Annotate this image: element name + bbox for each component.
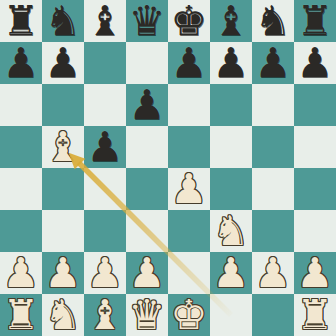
- square-f3[interactable]: ♞: [210, 210, 252, 252]
- piece-white-knight-f3[interactable]: ♞: [210, 210, 252, 252]
- square-c6[interactable]: [84, 84, 126, 126]
- piece-black-bishop-f8[interactable]: ♝: [210, 0, 252, 42]
- square-c8[interactable]: ♝: [84, 0, 126, 42]
- square-f6[interactable]: [210, 84, 252, 126]
- square-g8[interactable]: ♞: [252, 0, 294, 42]
- square-d5[interactable]: [126, 126, 168, 168]
- piece-black-pawn-b7[interactable]: ♟: [42, 42, 84, 84]
- square-h7[interactable]: ♟: [294, 42, 336, 84]
- square-c4[interactable]: [84, 168, 126, 210]
- piece-black-pawn-a7[interactable]: ♟: [0, 42, 42, 84]
- square-a3[interactable]: [0, 210, 42, 252]
- piece-white-knight-b1[interactable]: ♞: [42, 294, 84, 336]
- piece-black-pawn-d6[interactable]: ♟: [126, 84, 168, 126]
- piece-black-pawn-f7[interactable]: ♟: [210, 42, 252, 84]
- square-a4[interactable]: [0, 168, 42, 210]
- piece-white-rook-h1[interactable]: ♜: [294, 294, 336, 336]
- square-b8[interactable]: ♞: [42, 0, 84, 42]
- square-a1[interactable]: ♜: [0, 294, 42, 336]
- piece-white-pawn-d2[interactable]: ♟: [126, 252, 168, 294]
- square-d4[interactable]: [126, 168, 168, 210]
- piece-white-pawn-b2[interactable]: ♟: [42, 252, 84, 294]
- square-e2[interactable]: [168, 252, 210, 294]
- piece-white-king-e1[interactable]: ♚: [168, 294, 210, 336]
- piece-white-queen-d1[interactable]: ♛: [126, 294, 168, 336]
- square-h3[interactable]: [294, 210, 336, 252]
- square-h4[interactable]: [294, 168, 336, 210]
- piece-white-pawn-h2[interactable]: ♟: [294, 252, 336, 294]
- square-f4[interactable]: [210, 168, 252, 210]
- square-b1[interactable]: ♞: [42, 294, 84, 336]
- square-c1[interactable]: ♝: [84, 294, 126, 336]
- square-d8[interactable]: ♛: [126, 0, 168, 42]
- piece-black-rook-h8[interactable]: ♜: [294, 0, 336, 42]
- square-d7[interactable]: [126, 42, 168, 84]
- square-b3[interactable]: [42, 210, 84, 252]
- piece-black-rook-a8[interactable]: ♜: [0, 0, 42, 42]
- square-f5[interactable]: [210, 126, 252, 168]
- square-a8[interactable]: ♜: [0, 0, 42, 42]
- square-d1[interactable]: ♛: [126, 294, 168, 336]
- square-g3[interactable]: [252, 210, 294, 252]
- square-a5[interactable]: [0, 126, 42, 168]
- square-a7[interactable]: ♟: [0, 42, 42, 84]
- piece-white-pawn-a2[interactable]: ♟: [0, 252, 42, 294]
- square-h1[interactable]: ♜: [294, 294, 336, 336]
- square-d6[interactable]: ♟: [126, 84, 168, 126]
- square-g6[interactable]: [252, 84, 294, 126]
- square-a6[interactable]: [0, 84, 42, 126]
- square-f7[interactable]: ♟: [210, 42, 252, 84]
- square-c5[interactable]: ♟: [84, 126, 126, 168]
- square-e8[interactable]: ♚: [168, 0, 210, 42]
- square-a2[interactable]: ♟: [0, 252, 42, 294]
- square-g4[interactable]: [252, 168, 294, 210]
- piece-black-bishop-c8[interactable]: ♝: [84, 0, 126, 42]
- square-g2[interactable]: ♟: [252, 252, 294, 294]
- piece-white-pawn-f2[interactable]: ♟: [210, 252, 252, 294]
- piece-black-knight-g8[interactable]: ♞: [252, 0, 294, 42]
- square-h6[interactable]: [294, 84, 336, 126]
- piece-white-bishop-c1[interactable]: ♝: [84, 294, 126, 336]
- square-b7[interactable]: ♟: [42, 42, 84, 84]
- piece-black-king-e8[interactable]: ♚: [168, 0, 210, 42]
- square-g1[interactable]: [252, 294, 294, 336]
- piece-black-pawn-c5[interactable]: ♟: [84, 126, 126, 168]
- square-b2[interactable]: ♟: [42, 252, 84, 294]
- piece-black-knight-b8[interactable]: ♞: [42, 0, 84, 42]
- square-b4[interactable]: [42, 168, 84, 210]
- square-e6[interactable]: [168, 84, 210, 126]
- square-e5[interactable]: [168, 126, 210, 168]
- square-e4[interactable]: ♟: [168, 168, 210, 210]
- square-e1[interactable]: ♚: [168, 294, 210, 336]
- chess-board[interactable]: ♜♞♝♛♚♝♞♜♟♟♟♟♟♟♟♝♟♟♞♟♟♟♟♟♟♟♜♞♝♛♚♜: [0, 0, 336, 336]
- square-e7[interactable]: ♟: [168, 42, 210, 84]
- square-b5[interactable]: ♝: [42, 126, 84, 168]
- chess-app: ♜♞♝♛♚♝♞♜♟♟♟♟♟♟♟♝♟♟♞♟♟♟♟♟♟♟♜♞♝♛♚♜: [0, 0, 336, 336]
- square-g7[interactable]: ♟: [252, 42, 294, 84]
- square-h2[interactable]: ♟: [294, 252, 336, 294]
- square-f2[interactable]: ♟: [210, 252, 252, 294]
- piece-black-pawn-h7[interactable]: ♟: [294, 42, 336, 84]
- piece-black-pawn-g7[interactable]: ♟: [252, 42, 294, 84]
- square-b6[interactable]: [42, 84, 84, 126]
- square-f8[interactable]: ♝: [210, 0, 252, 42]
- piece-white-pawn-c2[interactable]: ♟: [84, 252, 126, 294]
- piece-black-queen-d8[interactable]: ♛: [126, 0, 168, 42]
- square-c7[interactable]: [84, 42, 126, 84]
- square-d2[interactable]: ♟: [126, 252, 168, 294]
- piece-white-rook-a1[interactable]: ♜: [0, 294, 42, 336]
- piece-white-pawn-e4[interactable]: ♟: [168, 168, 210, 210]
- square-d3[interactable]: [126, 210, 168, 252]
- piece-white-bishop-b5[interactable]: ♝: [42, 126, 84, 168]
- square-h8[interactable]: ♜: [294, 0, 336, 42]
- piece-black-pawn-e7[interactable]: ♟: [168, 42, 210, 84]
- square-h5[interactable]: [294, 126, 336, 168]
- square-f1[interactable]: [210, 294, 252, 336]
- square-g5[interactable]: [252, 126, 294, 168]
- square-c2[interactable]: ♟: [84, 252, 126, 294]
- square-e3[interactable]: [168, 210, 210, 252]
- piece-white-pawn-g2[interactable]: ♟: [252, 252, 294, 294]
- square-c3[interactable]: [84, 210, 126, 252]
